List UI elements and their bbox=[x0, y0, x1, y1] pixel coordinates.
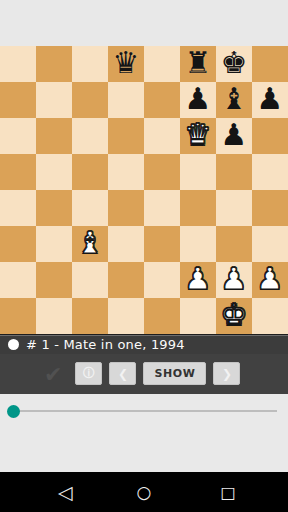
square-e3[interactable] bbox=[144, 226, 180, 262]
square-a5[interactable] bbox=[0, 154, 36, 190]
square-f6[interactable]: ♛ bbox=[180, 118, 216, 154]
piece-wp-h2: ♟ bbox=[257, 261, 284, 297]
info-button[interactable]: ⓘ bbox=[75, 362, 102, 385]
piece-wb-c3: ♝ bbox=[77, 225, 104, 261]
square-c4[interactable] bbox=[72, 190, 108, 226]
square-h4[interactable] bbox=[252, 190, 288, 226]
square-e5[interactable] bbox=[144, 154, 180, 190]
square-d4[interactable] bbox=[108, 190, 144, 226]
square-g1[interactable]: ♚ bbox=[216, 298, 252, 334]
square-d5[interactable] bbox=[108, 154, 144, 190]
piece-bp-h7: ♟ bbox=[257, 81, 284, 117]
square-d1[interactable] bbox=[108, 298, 144, 334]
square-b4[interactable] bbox=[36, 190, 72, 226]
next-puzzle-button[interactable]: ❯ bbox=[213, 362, 240, 385]
puzzle-toolbar: ✔ ⓘ ❮ SHOW ❯ bbox=[0, 354, 288, 394]
square-g3[interactable] bbox=[216, 226, 252, 262]
app-screen: ♛♜♚♟♝♟♛♟♝♟♟♟♚ # 1 - Mate in one, 1994 ✔ … bbox=[0, 0, 288, 512]
show-button-label: SHOW bbox=[154, 367, 195, 380]
square-h1[interactable] bbox=[252, 298, 288, 334]
square-b2[interactable] bbox=[36, 262, 72, 298]
square-c1[interactable] bbox=[72, 298, 108, 334]
show-solution-button[interactable]: SHOW bbox=[143, 362, 206, 385]
square-e7[interactable] bbox=[144, 82, 180, 118]
square-b5[interactable] bbox=[36, 154, 72, 190]
square-f8[interactable]: ♜ bbox=[180, 46, 216, 82]
square-g5[interactable] bbox=[216, 154, 252, 190]
square-a8[interactable] bbox=[0, 46, 36, 82]
square-b1[interactable] bbox=[36, 298, 72, 334]
square-f3[interactable] bbox=[180, 226, 216, 262]
square-e2[interactable] bbox=[144, 262, 180, 298]
piece-bp-g6: ♟ bbox=[221, 117, 248, 153]
square-f5[interactable] bbox=[180, 154, 216, 190]
square-b7[interactable] bbox=[36, 82, 72, 118]
square-h8[interactable] bbox=[252, 46, 288, 82]
recents-icon[interactable]: □ bbox=[216, 472, 240, 512]
square-f7[interactable]: ♟ bbox=[180, 82, 216, 118]
square-b3[interactable] bbox=[36, 226, 72, 262]
square-g4[interactable] bbox=[216, 190, 252, 226]
square-g8[interactable]: ♚ bbox=[216, 46, 252, 82]
square-h6[interactable] bbox=[252, 118, 288, 154]
chevron-right-icon: ❯ bbox=[222, 367, 232, 381]
square-e4[interactable] bbox=[144, 190, 180, 226]
square-d2[interactable] bbox=[108, 262, 144, 298]
square-c7[interactable] bbox=[72, 82, 108, 118]
piece-bp-f7: ♟ bbox=[185, 81, 212, 117]
square-f2[interactable]: ♟ bbox=[180, 262, 216, 298]
square-c2[interactable] bbox=[72, 262, 108, 298]
puzzle-caption-bar: # 1 - Mate in one, 1994 bbox=[0, 335, 288, 354]
square-d7[interactable] bbox=[108, 82, 144, 118]
puzzle-slider-area bbox=[0, 394, 288, 473]
square-f1[interactable] bbox=[180, 298, 216, 334]
square-a3[interactable] bbox=[0, 226, 36, 262]
puzzle-progress-thumb[interactable] bbox=[7, 405, 20, 418]
square-e8[interactable] bbox=[144, 46, 180, 82]
square-d3[interactable] bbox=[108, 226, 144, 262]
square-g6[interactable]: ♟ bbox=[216, 118, 252, 154]
piece-bk-g8: ♚ bbox=[221, 45, 248, 81]
piece-bq-d8: ♛ bbox=[113, 45, 140, 81]
square-c8[interactable] bbox=[72, 46, 108, 82]
square-c6[interactable] bbox=[72, 118, 108, 154]
puzzle-title: # 1 - Mate in one, 1994 bbox=[26, 337, 185, 352]
square-e6[interactable] bbox=[144, 118, 180, 154]
square-b8[interactable] bbox=[36, 46, 72, 82]
chess-board[interactable]: ♛♜♚♟♝♟♛♟♝♟♟♟♚ bbox=[0, 46, 288, 335]
square-h3[interactable] bbox=[252, 226, 288, 262]
piece-br-f8: ♜ bbox=[185, 45, 212, 81]
square-f4[interactable] bbox=[180, 190, 216, 226]
square-h2[interactable]: ♟ bbox=[252, 262, 288, 298]
square-c5[interactable] bbox=[72, 154, 108, 190]
square-d6[interactable] bbox=[108, 118, 144, 154]
white-to-move-indicator bbox=[8, 339, 19, 350]
puzzle-progress-track[interactable] bbox=[12, 410, 277, 412]
info-icon: ⓘ bbox=[83, 365, 95, 382]
piece-bb-g7: ♝ bbox=[221, 81, 248, 117]
piece-wq-f6: ♛ bbox=[185, 117, 212, 153]
top-strip bbox=[0, 0, 288, 46]
android-nav-bar: ◁ ○ □ bbox=[0, 472, 288, 512]
check-icon[interactable]: ✔ bbox=[44, 364, 62, 386]
piece-wp-g2: ♟ bbox=[221, 261, 248, 297]
square-g7[interactable]: ♝ bbox=[216, 82, 252, 118]
square-d8[interactable]: ♛ bbox=[108, 46, 144, 82]
square-a1[interactable] bbox=[0, 298, 36, 334]
home-icon[interactable]: ○ bbox=[132, 472, 156, 512]
square-a6[interactable] bbox=[0, 118, 36, 154]
square-e1[interactable] bbox=[144, 298, 180, 334]
square-h5[interactable] bbox=[252, 154, 288, 190]
square-a4[interactable] bbox=[0, 190, 36, 226]
back-icon[interactable]: ◁ bbox=[53, 472, 77, 512]
square-a7[interactable] bbox=[0, 82, 36, 118]
square-c3[interactable]: ♝ bbox=[72, 226, 108, 262]
square-b6[interactable] bbox=[36, 118, 72, 154]
piece-wk-g1: ♚ bbox=[221, 297, 248, 333]
piece-wp-f2: ♟ bbox=[185, 261, 212, 297]
prev-puzzle-button[interactable]: ❮ bbox=[109, 362, 136, 385]
square-a2[interactable] bbox=[0, 262, 36, 298]
square-g2[interactable]: ♟ bbox=[216, 262, 252, 298]
chevron-left-icon: ❮ bbox=[118, 367, 128, 381]
square-h7[interactable]: ♟ bbox=[252, 82, 288, 118]
